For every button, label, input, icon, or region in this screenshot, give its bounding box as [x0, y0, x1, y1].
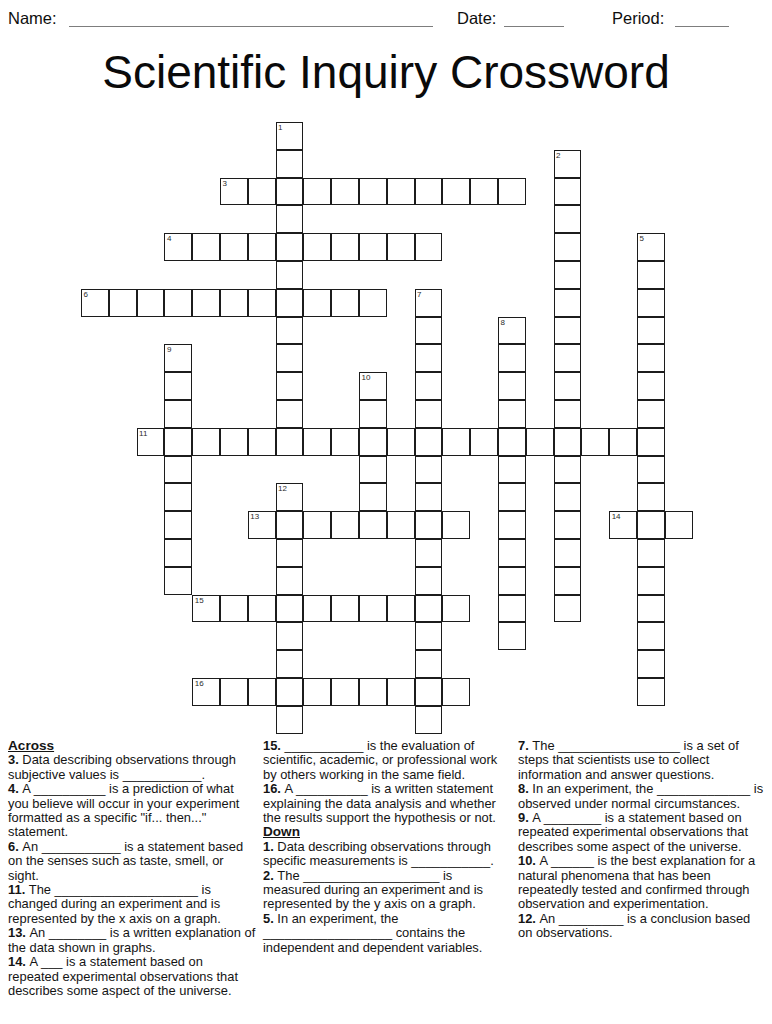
grid-cell[interactable] — [554, 483, 582, 511]
grid-cell[interactable] — [387, 678, 415, 706]
grid-cell[interactable] — [637, 567, 665, 595]
grid-cell[interactable] — [331, 678, 359, 706]
clue-number-label: 13 — [250, 512, 259, 521]
grid-cell[interactable] — [164, 372, 192, 400]
grid-cell[interactable] — [276, 539, 304, 567]
grid-cell[interactable] — [637, 400, 665, 428]
grid-cell[interactable] — [415, 539, 443, 567]
grid-cell[interactable] — [248, 595, 276, 623]
clue-number-label: 8 — [500, 318, 504, 327]
grid-cell[interactable] — [415, 595, 443, 623]
grid-cell[interactable] — [637, 344, 665, 372]
grid-cell[interactable] — [554, 456, 582, 484]
grid-cell[interactable] — [331, 178, 359, 206]
grid-cell[interactable] — [415, 483, 443, 511]
clue-item: 12. An _________ is a conclusion based o… — [518, 912, 766, 941]
grid-cell[interactable] — [248, 428, 276, 456]
clue-number: 6. — [8, 839, 22, 854]
grid-cell[interactable] — [470, 428, 498, 456]
grid-cell[interactable] — [276, 428, 304, 456]
grid-cell[interactable] — [554, 400, 582, 428]
grid-cell[interactable] — [415, 567, 443, 595]
grid-cell[interactable] — [415, 344, 443, 372]
grid-cell[interactable] — [276, 150, 304, 178]
grid-cell[interactable] — [359, 456, 387, 484]
clue-item: 13. An ________ is a written explanation… — [8, 926, 256, 955]
grid-cell[interactable] — [276, 317, 304, 345]
grid-cell[interactable] — [137, 289, 165, 317]
grid-cell[interactable] — [442, 511, 470, 539]
grid-cell[interactable] — [637, 317, 665, 345]
grid-cell[interactable] — [498, 595, 526, 623]
grid-cell[interactable]: 9 — [164, 344, 192, 372]
clue-number: 16. — [263, 781, 285, 796]
grid-cell[interactable] — [331, 511, 359, 539]
grid-cell[interactable] — [359, 400, 387, 428]
grid-cell[interactable] — [415, 317, 443, 345]
grid-cell[interactable] — [220, 678, 248, 706]
grid-cell[interactable] — [276, 205, 304, 233]
grid-cell[interactable] — [415, 400, 443, 428]
grid-cell[interactable] — [415, 233, 443, 261]
grid-cell[interactable] — [164, 511, 192, 539]
grid-cell[interactable] — [609, 428, 637, 456]
clue-number: 12. — [518, 911, 540, 926]
grid-cell[interactable]: 16 — [192, 678, 220, 706]
clue-number: 15. — [263, 738, 285, 753]
clue-item: 2. The ___________________ is measured d… — [263, 869, 511, 912]
grid-cell[interactable] — [359, 289, 387, 317]
clue-number-label: 5 — [639, 234, 643, 243]
grid-cell[interactable] — [415, 622, 443, 650]
clue-number-label: 6 — [84, 290, 88, 299]
grid-cell[interactable] — [276, 289, 304, 317]
grid-cell[interactable] — [331, 289, 359, 317]
clue-column: Across3. Data describing observations th… — [8, 739, 256, 998]
grid-cell[interactable] — [276, 344, 304, 372]
grid-cell[interactable] — [303, 178, 331, 206]
grid-cell[interactable] — [164, 289, 192, 317]
grid-cell[interactable]: 3 — [220, 178, 248, 206]
clue-number-label: 14 — [612, 512, 621, 521]
grid-cell[interactable]: 7 — [415, 289, 443, 317]
clue-item: 6. An ___________ is a statement based o… — [8, 840, 256, 883]
grid-cell[interactable] — [220, 428, 248, 456]
grid-cell[interactable] — [359, 178, 387, 206]
grid-cell[interactable] — [164, 456, 192, 484]
grid-cell[interactable] — [637, 483, 665, 511]
grid-cell[interactable]: 5 — [637, 233, 665, 261]
grid-cell[interactable] — [637, 595, 665, 623]
grid-cell[interactable] — [554, 539, 582, 567]
grid-cell[interactable] — [248, 178, 276, 206]
grid-cell[interactable] — [498, 400, 526, 428]
grid-cell[interactable] — [387, 178, 415, 206]
clue-number: 11. — [8, 882, 29, 897]
grid-cell[interactable] — [359, 511, 387, 539]
grid-cell[interactable] — [442, 595, 470, 623]
clue-number: 3. — [8, 752, 22, 767]
grid-cell[interactable]: 6 — [81, 289, 109, 317]
grid-cell[interactable] — [637, 372, 665, 400]
grid-cell[interactable] — [220, 233, 248, 261]
grid-cell[interactable] — [415, 706, 443, 734]
grid-cell[interactable] — [665, 511, 693, 539]
clue-number: 13. — [8, 925, 30, 940]
grid-cell[interactable] — [276, 567, 304, 595]
clue-item: 11. The ____________________ is changed … — [8, 883, 256, 926]
grid-cell[interactable] — [359, 678, 387, 706]
grid-cell[interactable] — [276, 233, 304, 261]
grid-cell[interactable] — [387, 428, 415, 456]
grid-cell[interactable] — [498, 483, 526, 511]
grid-cell[interactable] — [498, 428, 526, 456]
grid-cell[interactable] — [581, 428, 609, 456]
clue-number: 9. — [518, 810, 532, 825]
grid-cell[interactable] — [248, 678, 276, 706]
grid-cell[interactable] — [442, 178, 470, 206]
grid-cell[interactable] — [554, 205, 582, 233]
grid-cell[interactable] — [526, 428, 554, 456]
grid-cell[interactable] — [331, 233, 359, 261]
clue-item: 14. A ___ is a statement based on repeat… — [8, 955, 256, 998]
grid-cell[interactable] — [387, 511, 415, 539]
grid-cell[interactable] — [415, 511, 443, 539]
clue-number: 14. — [8, 954, 30, 969]
period-label: Period: — [612, 9, 664, 28]
grid-cell[interactable] — [220, 289, 248, 317]
grid-cell[interactable] — [498, 344, 526, 372]
grid-cell[interactable] — [109, 289, 137, 317]
grid-cell[interactable] — [554, 372, 582, 400]
grid-cell[interactable] — [637, 289, 665, 317]
grid-cell[interactable]: 1 — [276, 122, 304, 150]
grid-cell[interactable]: 15 — [192, 595, 220, 623]
period-fill-line[interactable] — [675, 26, 729, 27]
grid-cell[interactable] — [276, 650, 304, 678]
grid-cell[interactable] — [554, 344, 582, 372]
clue-number-label: 7 — [417, 290, 421, 299]
clue-number: 4. — [8, 781, 22, 796]
grid-cell[interactable] — [276, 595, 304, 623]
clue-number-label: 10 — [361, 373, 370, 382]
grid-cell[interactable] — [303, 233, 331, 261]
grid-cell[interactable] — [276, 511, 304, 539]
grid-cell[interactable] — [164, 483, 192, 511]
grid-cell[interactable] — [276, 400, 304, 428]
grid-cell[interactable] — [554, 261, 582, 289]
grid-cell[interactable] — [359, 428, 387, 456]
grid-cell[interactable] — [303, 595, 331, 623]
name-fill-line[interactable] — [69, 26, 433, 27]
grid-cell[interactable] — [248, 233, 276, 261]
worksheet-page: Name: Date: Period: Scientific Inquiry C… — [0, 0, 772, 1024]
grid-cell[interactable] — [554, 178, 582, 206]
grid-cell[interactable] — [276, 178, 304, 206]
grid-cell[interactable] — [387, 233, 415, 261]
grid-cell[interactable] — [276, 706, 304, 734]
clue-item: 10. A ______ is the best explanation for… — [518, 854, 766, 912]
clue-item: 16. A __________ is a written statement … — [263, 782, 511, 825]
grid-cell[interactable] — [637, 261, 665, 289]
grid-cell[interactable]: 13 — [248, 511, 276, 539]
clue-number-label: 2 — [556, 151, 560, 160]
clue-number-label: 1 — [278, 123, 282, 132]
clue-number: 10. — [518, 853, 540, 868]
grid-cell[interactable] — [276, 678, 304, 706]
grid-cell[interactable] — [303, 678, 331, 706]
clue-item: 9. A ________ is a statement based on re… — [518, 811, 766, 854]
clue-number: 5. — [263, 911, 277, 926]
grid-cell[interactable] — [554, 317, 582, 345]
grid-cell[interactable] — [220, 595, 248, 623]
grid-cell[interactable]: 4 — [164, 233, 192, 261]
grid-cell[interactable] — [359, 483, 387, 511]
grid-cell[interactable] — [498, 567, 526, 595]
grid-cell[interactable] — [303, 428, 331, 456]
grid-cell[interactable] — [498, 456, 526, 484]
grid-cell[interactable] — [359, 595, 387, 623]
clue-number-label: 12 — [278, 484, 287, 493]
grid-cell[interactable] — [192, 233, 220, 261]
grid-cell[interactable] — [442, 678, 470, 706]
grid-cell[interactable] — [248, 289, 276, 317]
grid-cell[interactable] — [637, 650, 665, 678]
grid-cell[interactable] — [637, 539, 665, 567]
grid-cell[interactable] — [303, 511, 331, 539]
clue-number: 8. — [518, 781, 532, 796]
grid-cell[interactable]: 2 — [554, 150, 582, 178]
grid-cell[interactable] — [331, 428, 359, 456]
grid-cell[interactable] — [498, 511, 526, 539]
grid-cell[interactable] — [164, 428, 192, 456]
grid-cell[interactable] — [303, 289, 331, 317]
clue-number: 7. — [518, 738, 532, 753]
grid-cell[interactable] — [415, 678, 443, 706]
date-label: Date: — [457, 9, 496, 28]
grid-cell[interactable] — [331, 595, 359, 623]
grid-cell[interactable] — [637, 511, 665, 539]
name-label: Name: — [8, 9, 57, 28]
across-heading: Across — [8, 739, 256, 753]
clue-number: 1. — [263, 839, 277, 854]
grid-cell[interactable]: 12 — [276, 483, 304, 511]
grid-cell[interactable] — [554, 511, 582, 539]
grid-cell[interactable] — [554, 595, 582, 623]
grid-cell[interactable] — [554, 233, 582, 261]
grid-cell[interactable] — [415, 372, 443, 400]
grid-cell[interactable] — [442, 428, 470, 456]
clue-item: 4. A __________ is a prediction of what … — [8, 782, 256, 840]
grid-cell[interactable] — [554, 289, 582, 317]
grid-cell[interactable] — [164, 539, 192, 567]
grid-cell[interactable] — [192, 428, 220, 456]
date-fill-line[interactable] — [504, 26, 564, 27]
grid-cell[interactable]: 8 — [498, 317, 526, 345]
grid-cell[interactable] — [554, 428, 582, 456]
grid-cell[interactable] — [415, 456, 443, 484]
grid-cell[interactable] — [387, 595, 415, 623]
grid-cell[interactable] — [637, 622, 665, 650]
grid-cell[interactable] — [637, 428, 665, 456]
grid-cell[interactable]: 14 — [609, 511, 637, 539]
grid-cell[interactable] — [498, 178, 526, 206]
clue-number-label: 11 — [139, 429, 147, 438]
grid-cell[interactable] — [276, 372, 304, 400]
clue-number-label: 4 — [167, 234, 171, 243]
clue-number-label: 9 — [167, 345, 171, 354]
clue-item: 15. ___________ is the evaluation of sci… — [263, 739, 511, 782]
grid-cell[interactable] — [470, 178, 498, 206]
clue-item: 3. Data describing observations through … — [8, 753, 256, 782]
grid-cell[interactable] — [554, 567, 582, 595]
grid-cell[interactable] — [164, 400, 192, 428]
grid-cell[interactable] — [276, 261, 304, 289]
clue-column: 15. ___________ is the evaluation of sci… — [263, 739, 511, 955]
page-title: Scientific Inquiry Crossword — [0, 45, 772, 99]
grid-cell[interactable] — [415, 428, 443, 456]
grid-cell[interactable] — [359, 233, 387, 261]
clue-number-label: 15 — [195, 596, 204, 605]
grid-cell[interactable] — [498, 622, 526, 650]
clue-item: 7. The _________________ is a set of ste… — [518, 739, 766, 782]
grid-cell[interactable] — [637, 456, 665, 484]
grid-cell[interactable] — [415, 178, 443, 206]
grid-cell[interactable] — [498, 372, 526, 400]
grid-cell[interactable]: 10 — [359, 372, 387, 400]
clue-item: 8. In an experiment, the _____________ i… — [518, 782, 766, 811]
down-heading: Down — [263, 825, 511, 839]
grid-cell[interactable] — [637, 678, 665, 706]
grid-cell[interactable]: 11 — [137, 428, 165, 456]
clue-number: 2. — [263, 868, 277, 883]
crossword-grid: 12345678910111213141516 — [81, 122, 693, 734]
grid-cell[interactable] — [276, 622, 304, 650]
clue-column: 7. The _________________ is a set of ste… — [518, 739, 766, 941]
grid-cell[interactable] — [498, 539, 526, 567]
grid-cell[interactable] — [164, 567, 192, 595]
clue-item: 1. Data describing observations through … — [263, 840, 511, 869]
clue-item: 5. In an experiment, the _______________… — [263, 912, 511, 955]
clue-number-label: 16 — [195, 679, 204, 688]
grid-cell[interactable] — [192, 289, 220, 317]
clue-number-label: 3 — [222, 179, 226, 188]
grid-cell[interactable] — [415, 650, 443, 678]
